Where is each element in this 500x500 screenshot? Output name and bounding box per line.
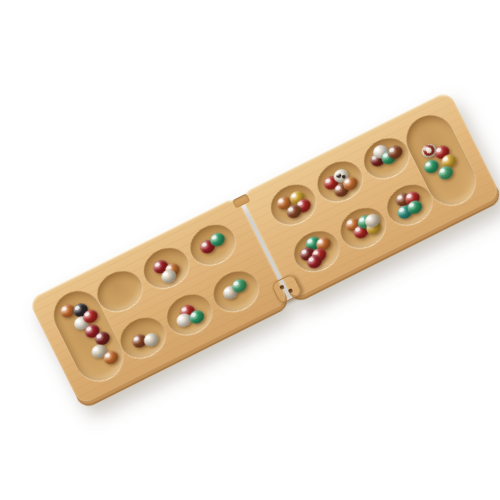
- stone-highlight: [442, 156, 449, 162]
- stone-highlight: [366, 215, 373, 221]
- stone-highlight: [86, 326, 93, 332]
- stone-highlight: [92, 346, 99, 352]
- stone-highlight: [325, 178, 332, 184]
- stone-highlight: [425, 161, 432, 167]
- stone-highlight: [61, 306, 68, 312]
- stone-highlight: [307, 238, 314, 244]
- stone-highlight: [423, 146, 430, 152]
- stone-highlight: [96, 333, 103, 339]
- stone-highlight: [301, 249, 308, 255]
- stone-clear: [141, 330, 160, 348]
- stone-highlight: [406, 193, 413, 199]
- stone-highlight: [291, 193, 298, 199]
- stone-highlight: [408, 202, 415, 208]
- stone-highlight: [344, 178, 351, 184]
- hinge-screw-icon: [279, 285, 284, 290]
- stone-highlight: [201, 242, 208, 248]
- stone-highlight: [84, 311, 91, 317]
- stone-highlight: [154, 262, 161, 268]
- stone-highlight: [308, 257, 315, 263]
- stone-highlight: [317, 239, 324, 245]
- stone-highlight: [389, 147, 396, 153]
- stone-highlight: [334, 171, 341, 177]
- stone-highlight: [177, 315, 184, 321]
- stone-highlight: [190, 312, 197, 318]
- stone-highlight: [346, 219, 353, 225]
- stone-highlight: [75, 318, 82, 324]
- stone-highlight: [287, 206, 294, 212]
- stone-highlight: [278, 198, 285, 204]
- stone-highlight: [398, 207, 405, 213]
- stone-highlight: [145, 335, 152, 341]
- stone-highlight: [374, 147, 381, 153]
- stone-highlight: [181, 307, 188, 313]
- stone-highlight: [104, 352, 111, 358]
- stone-highlight: [436, 147, 443, 153]
- stone-highlight: [211, 235, 218, 241]
- mancala-board: [28, 90, 500, 405]
- stone-highlight: [162, 271, 169, 277]
- stone-highlight: [335, 185, 342, 191]
- stone-highlight: [133, 336, 140, 342]
- product-photo-scene: [0, 0, 500, 500]
- stone-highlight: [397, 194, 404, 200]
- stone-highlight: [439, 168, 446, 174]
- stone-highlight: [74, 305, 81, 311]
- hinge-screw-icon: [288, 288, 293, 293]
- stone-highlight: [224, 287, 231, 293]
- stone-highlight: [233, 281, 240, 287]
